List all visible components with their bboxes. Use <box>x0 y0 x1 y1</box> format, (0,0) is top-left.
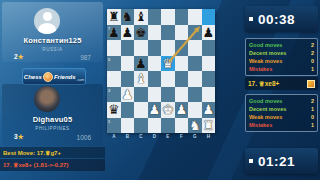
player-card-top: Константин125 RUSSIA 2★ 987 <box>2 2 103 62</box>
piece-black-bishop: ♝ <box>135 10 147 23</box>
star-icon: ★ <box>18 133 24 140</box>
player-stars-bottom: 3★ <box>14 133 23 141</box>
logo-text-com: .com <box>77 78 85 82</box>
avatar-bottom <box>34 86 60 112</box>
analysis-panel: 00:38 Good moves2Decent moves2Weak moves… <box>243 0 320 180</box>
square-d7[interactable] <box>148 25 162 41</box>
player-card-bottom: Dighavu05 PHILIPPINES 3★ 1006 <box>2 84 103 146</box>
avatar-top <box>34 8 60 34</box>
selected-move-text: 17. ♕xe8+ <box>248 80 279 88</box>
clock-top: 00:38 <box>245 6 318 32</box>
square-c6[interactable] <box>134 40 148 56</box>
rank-label: 2 <box>108 103 113 108</box>
file-label: D <box>148 134 162 139</box>
sidebar: Константин125 RUSSIA 2★ 987 Chess Friend… <box>0 0 105 180</box>
stat-count: 1 <box>311 122 314 128</box>
chess-board: ♜♞♝♟♟♚♟♟♛♝♟♛♟♚♟♟♞♜ <box>107 9 215 133</box>
stat-row: Good moves2 <box>249 41 314 49</box>
rank-label: 3 <box>108 88 113 93</box>
piece-white-rook: ♜ <box>202 119 214 132</box>
clock-bottom: 01:21 <box>245 148 318 174</box>
square-f7[interactable] <box>175 25 189 41</box>
piece-white-bishop: ♝ <box>135 72 147 85</box>
square-c3[interactable] <box>134 87 148 103</box>
star-icon: ★ <box>18 53 24 60</box>
square-c1[interactable] <box>134 118 148 134</box>
logo-text-friends: Friends <box>54 74 76 80</box>
piece-white-pawn: ♟ <box>148 103 160 116</box>
piece-black-knight: ♞ <box>121 10 133 23</box>
stat-count: 1 <box>311 66 314 72</box>
square-e2[interactable]: ♚ <box>161 102 175 118</box>
square-g3[interactable] <box>188 87 202 103</box>
position-preview-icon <box>307 80 315 88</box>
square-b6[interactable] <box>121 40 135 56</box>
square-g6[interactable] <box>188 40 202 56</box>
square-h2[interactable]: ♟ <box>202 102 216 118</box>
rank-label: 6 <box>108 41 113 46</box>
rank-label: 5 <box>108 57 113 62</box>
square-d6[interactable] <box>148 40 162 56</box>
square-d8[interactable] <box>148 9 162 25</box>
square-e1[interactable] <box>161 118 175 134</box>
square-d2[interactable]: ♟ <box>148 102 162 118</box>
square-d3[interactable] <box>148 87 162 103</box>
square-c2[interactable] <box>134 102 148 118</box>
square-f6[interactable] <box>175 40 189 56</box>
best-move-label: Best Move: 17.♕g7+ <box>0 147 105 158</box>
square-c8[interactable]: ♝ <box>134 9 148 25</box>
square-b7[interactable]: ♟ <box>121 25 135 41</box>
stat-label: Good moves <box>249 98 282 104</box>
square-h4[interactable] <box>202 71 216 87</box>
square-e7[interactable] <box>161 25 175 41</box>
file-label: H <box>202 134 216 139</box>
piece-white-queen: ♛ <box>162 57 174 70</box>
stat-count: 2 <box>311 42 314 48</box>
stat-label: Weak moves <box>249 114 282 120</box>
piece-white-pawn: ♟ <box>175 103 187 116</box>
file-label: B <box>121 134 135 139</box>
piece-black-pawn: ♟ <box>135 57 147 70</box>
square-g5[interactable] <box>188 56 202 72</box>
piece-white-king: ♚ <box>162 103 174 116</box>
square-h7[interactable]: ♟ <box>202 25 216 41</box>
piece-white-pawn: ♟ <box>121 88 133 101</box>
square-d5[interactable] <box>148 56 162 72</box>
square-f5[interactable] <box>175 56 189 72</box>
piece-white-knight: ♞ <box>189 119 201 132</box>
stat-row: Decent moves1 <box>249 105 314 113</box>
stat-label: Mistakes <box>249 66 272 72</box>
player-name-top: Константин125 <box>2 36 103 45</box>
player-stars-top: 2★ <box>14 53 23 61</box>
logo-text-chess: Chess <box>24 74 42 80</box>
stat-count: 2 <box>311 50 314 56</box>
stat-row: Mistakes1 <box>249 121 314 129</box>
shield-icon <box>43 72 53 82</box>
board-area: ♜♞♝♟♟♚♟♟♛♝♟♛♟♚♟♟♞♜ 87654321 ABCDEFGH <box>107 9 215 142</box>
move-stats-bottom: Good moves2Decent moves1Weak moves0Mista… <box>245 94 318 132</box>
square-b1[interactable] <box>121 118 135 134</box>
square-h1[interactable]: ♜ <box>202 118 216 134</box>
rank-label: 4 <box>108 72 113 77</box>
square-e4[interactable] <box>161 71 175 87</box>
square-c4[interactable]: ♝ <box>134 71 148 87</box>
player-country-top: RUSSIA <box>2 47 103 52</box>
square-e6[interactable] <box>161 40 175 56</box>
player-name-bottom: Dighavu05 <box>2 115 103 124</box>
played-move-label: 17. ♕xe8+ (1.81->-0.27) <box>0 159 105 171</box>
stat-label: Mistakes <box>249 122 272 128</box>
stat-row: Good moves2 <box>249 97 314 105</box>
clock-top-time: 00:38 <box>258 12 295 27</box>
stat-label: Weak moves <box>249 58 282 64</box>
player-rating-bottom: 1006 <box>77 134 91 141</box>
square-h3[interactable] <box>202 87 216 103</box>
person-icon <box>43 12 52 21</box>
square-e8[interactable] <box>161 9 175 25</box>
square-f1[interactable] <box>175 118 189 134</box>
stat-label: Good moves <box>249 42 282 48</box>
square-h8[interactable] <box>202 9 216 25</box>
square-e5[interactable]: ♛ <box>161 56 175 72</box>
player-rating-top: 987 <box>80 54 91 61</box>
square-h5[interactable] <box>202 56 216 72</box>
file-label: E <box>161 134 175 139</box>
square-f8[interactable] <box>175 9 189 25</box>
rank-label: 1 <box>108 119 113 124</box>
square-b5[interactable] <box>121 56 135 72</box>
square-g2[interactable] <box>188 102 202 118</box>
file-label: C <box>134 134 148 139</box>
file-label: G <box>188 134 202 139</box>
square-b8[interactable]: ♞ <box>121 9 135 25</box>
square-b2[interactable] <box>121 102 135 118</box>
move-stats-top: Good moves2Decent moves2Weak moves0Mista… <box>245 38 318 76</box>
square-g8[interactable] <box>188 9 202 25</box>
square-e3[interactable] <box>161 87 175 103</box>
piece-black-pawn: ♟ <box>121 26 133 39</box>
square-f2[interactable]: ♟ <box>175 102 189 118</box>
square-f4[interactable] <box>175 71 189 87</box>
clock-bottom-time: 01:21 <box>258 154 295 169</box>
stat-row: Weak moves0 <box>249 113 314 121</box>
file-label: F <box>175 134 189 139</box>
stat-row: Mistakes1 <box>249 65 314 73</box>
game-screen: Константин125 RUSSIA 2★ 987 Chess Friend… <box>0 0 320 180</box>
piece-black-pawn: ♟ <box>202 26 214 39</box>
square-b4[interactable] <box>121 71 135 87</box>
chessfriends-logo: Chess Friends .com <box>22 68 86 85</box>
square-c5[interactable]: ♟ <box>134 56 148 72</box>
stat-row: Weak moves0 <box>249 57 314 65</box>
file-label: A <box>107 134 121 139</box>
player-country-bottom: PHILIPPINES <box>2 126 103 131</box>
piece-black-king: ♚ <box>135 26 147 39</box>
stat-count: 0 <box>311 114 314 120</box>
stat-count: 0 <box>311 58 314 64</box>
square-b3[interactable]: ♟ <box>121 87 135 103</box>
square-g4[interactable] <box>188 71 202 87</box>
piece-white-pawn: ♟ <box>202 103 214 116</box>
selected-move-row[interactable]: 17. ♕xe8+ <box>245 77 318 90</box>
rank-label: 7 <box>108 26 113 31</box>
turn-indicator-icon <box>249 159 253 163</box>
stat-label: Decent moves <box>249 50 286 56</box>
square-g1[interactable]: ♞ <box>188 118 202 134</box>
square-d1[interactable] <box>148 118 162 134</box>
file-labels: ABCDEFGH <box>107 134 215 139</box>
turn-indicator-icon <box>249 17 253 21</box>
square-h6[interactable] <box>202 40 216 56</box>
stat-row: Decent moves2 <box>249 49 314 57</box>
stat-count: 2 <box>311 98 314 104</box>
square-d4[interactable] <box>148 71 162 87</box>
square-c7[interactable]: ♚ <box>134 25 148 41</box>
rank-label: 8 <box>108 10 113 15</box>
square-g7[interactable] <box>188 25 202 41</box>
stat-label: Decent moves <box>249 106 286 112</box>
stat-count: 1 <box>311 106 314 112</box>
square-f3[interactable] <box>175 87 189 103</box>
